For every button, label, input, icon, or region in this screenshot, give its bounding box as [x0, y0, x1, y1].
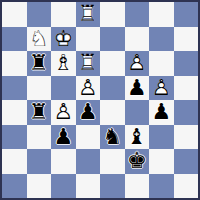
square-b8[interactable] — [27, 2, 52, 27]
square-c2[interactable] — [51, 149, 76, 174]
square-b2[interactable] — [27, 149, 52, 174]
square-g5[interactable]: ♟♙ — [149, 76, 174, 101]
square-a5[interactable] — [2, 76, 27, 101]
square-a8[interactable] — [2, 2, 27, 27]
black-piece-fill-glyph: ♟ — [76, 100, 101, 125]
square-g1[interactable] — [149, 174, 174, 199]
square-f7[interactable] — [125, 27, 150, 52]
square-b5[interactable] — [27, 76, 52, 101]
white-piece-outline-glyph: ♖ — [76, 2, 101, 27]
black-piece-fill-glyph: ♟ — [149, 100, 174, 125]
square-b6[interactable]: ♜ — [27, 51, 52, 76]
white-piece-outline-glyph: ♗ — [51, 51, 76, 76]
square-g3[interactable] — [149, 125, 174, 150]
square-c3[interactable]: ♟ — [51, 125, 76, 150]
square-d4[interactable]: ♟ — [76, 100, 101, 125]
square-d1[interactable] — [76, 174, 101, 199]
square-a3[interactable] — [2, 125, 27, 150]
square-e1[interactable] — [100, 174, 125, 199]
square-c7[interactable]: ♚♔ — [51, 27, 76, 52]
piece-white-pawn: ♟♙ — [76, 76, 101, 101]
piece-black-bishop: ♝ — [125, 125, 150, 150]
piece-black-rook: ♜ — [27, 51, 52, 76]
white-piece-outline-glyph: ♙ — [125, 51, 150, 76]
piece-white-rook: ♜♖ — [76, 2, 101, 27]
square-f8[interactable] — [125, 2, 150, 27]
square-b7[interactable]: ♞♘ — [27, 27, 52, 52]
black-piece-fill-glyph: ♚ — [125, 149, 150, 174]
black-piece-fill-glyph: ♜ — [27, 100, 52, 125]
piece-black-pawn: ♟ — [76, 100, 101, 125]
piece-black-rook: ♜ — [27, 100, 52, 125]
piece-black-knight: ♞ — [100, 125, 125, 150]
square-a1[interactable] — [2, 174, 27, 199]
square-a4[interactable] — [2, 100, 27, 125]
black-piece-fill-glyph: ♝ — [125, 125, 150, 150]
piece-white-knight: ♞♘ — [27, 27, 52, 52]
square-e2[interactable] — [100, 149, 125, 174]
square-h6[interactable] — [174, 51, 199, 76]
square-e5[interactable] — [100, 76, 125, 101]
square-e4[interactable] — [100, 100, 125, 125]
square-a2[interactable] — [2, 149, 27, 174]
square-g7[interactable] — [149, 27, 174, 52]
white-piece-outline-glyph: ♙ — [51, 100, 76, 125]
black-piece-fill-glyph: ♟ — [125, 76, 150, 101]
black-piece-fill-glyph: ♜ — [27, 51, 52, 76]
square-c8[interactable] — [51, 2, 76, 27]
square-h4[interactable] — [174, 100, 199, 125]
square-e8[interactable] — [100, 2, 125, 27]
square-d8[interactable]: ♜♖ — [76, 2, 101, 27]
piece-white-pawn: ♟♙ — [51, 100, 76, 125]
square-d2[interactable] — [76, 149, 101, 174]
piece-white-pawn: ♟♙ — [125, 51, 150, 76]
piece-white-pawn: ♟♙ — [149, 76, 174, 101]
square-g4[interactable]: ♟ — [149, 100, 174, 125]
white-piece-outline-glyph: ♘ — [27, 27, 52, 52]
piece-black-pawn: ♟ — [51, 125, 76, 150]
square-h3[interactable] — [174, 125, 199, 150]
square-d6[interactable]: ♜♖ — [76, 51, 101, 76]
square-d3[interactable] — [76, 125, 101, 150]
square-c6[interactable]: ♝♗ — [51, 51, 76, 76]
square-e3[interactable]: ♞ — [100, 125, 125, 150]
square-e7[interactable] — [100, 27, 125, 52]
square-g6[interactable] — [149, 51, 174, 76]
square-c1[interactable] — [51, 174, 76, 199]
square-g8[interactable] — [149, 2, 174, 27]
piece-white-rook: ♜♖ — [76, 51, 101, 76]
piece-black-pawn: ♟ — [125, 76, 150, 101]
square-b3[interactable] — [27, 125, 52, 150]
square-f5[interactable]: ♟ — [125, 76, 150, 101]
white-piece-outline-glyph: ♙ — [149, 76, 174, 101]
piece-white-bishop: ♝♗ — [51, 51, 76, 76]
square-f3[interactable]: ♝ — [125, 125, 150, 150]
piece-black-king: ♚ — [125, 149, 150, 174]
square-f1[interactable] — [125, 174, 150, 199]
square-h7[interactable] — [174, 27, 199, 52]
square-c4[interactable]: ♟♙ — [51, 100, 76, 125]
piece-white-king: ♚♔ — [51, 27, 76, 52]
square-a7[interactable] — [2, 27, 27, 52]
white-piece-outline-glyph: ♔ — [51, 27, 76, 52]
square-c5[interactable] — [51, 76, 76, 101]
square-f4[interactable] — [125, 100, 150, 125]
piece-black-pawn: ♟ — [149, 100, 174, 125]
square-d5[interactable]: ♟♙ — [76, 76, 101, 101]
square-b1[interactable] — [27, 174, 52, 199]
square-e6[interactable] — [100, 51, 125, 76]
square-h8[interactable] — [174, 2, 199, 27]
square-b4[interactable]: ♜ — [27, 100, 52, 125]
black-piece-fill-glyph: ♟ — [51, 125, 76, 150]
board-grid: ♜♖♞♘♚♔♜♝♗♜♖♟♙♟♙♟♟♙♜♟♙♟♟♟♞♝♚ — [2, 2, 198, 198]
square-f6[interactable]: ♟♙ — [125, 51, 150, 76]
square-f2[interactable]: ♚ — [125, 149, 150, 174]
square-g2[interactable] — [149, 149, 174, 174]
chess-board: ♜♖♞♘♚♔♜♝♗♜♖♟♙♟♙♟♟♙♜♟♙♟♟♟♞♝♚ — [0, 0, 200, 200]
square-h2[interactable] — [174, 149, 199, 174]
square-h5[interactable] — [174, 76, 199, 101]
white-piece-outline-glyph: ♖ — [76, 51, 101, 76]
white-piece-outline-glyph: ♙ — [76, 76, 101, 101]
square-a6[interactable] — [2, 51, 27, 76]
black-piece-fill-glyph: ♞ — [100, 125, 125, 150]
square-d7[interactable] — [76, 27, 101, 52]
square-h1[interactable] — [174, 174, 199, 199]
